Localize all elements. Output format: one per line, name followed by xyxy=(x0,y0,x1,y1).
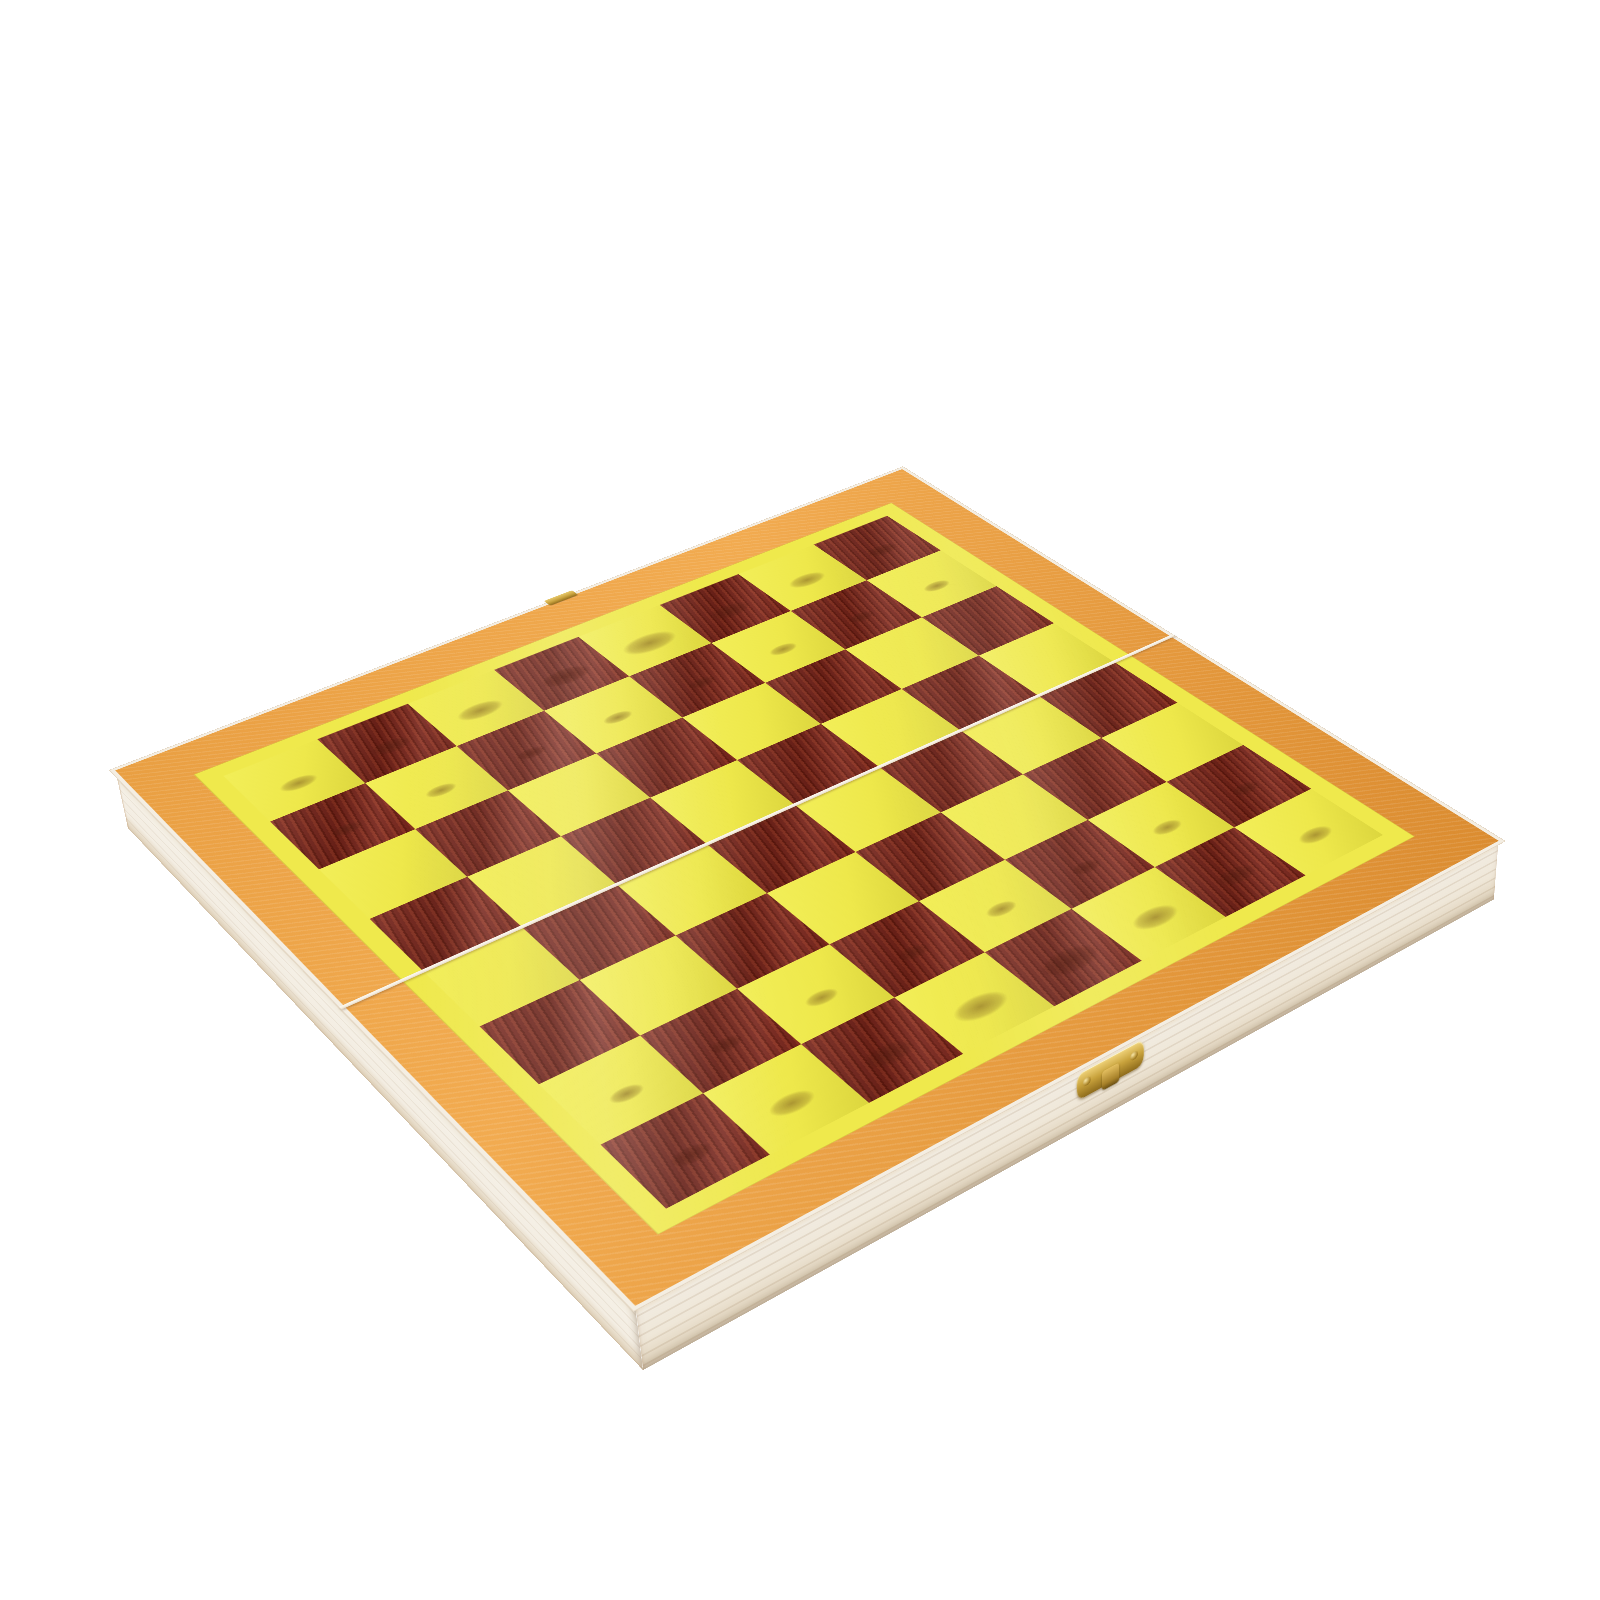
board-top-face: ♜♞♝♛♚♝♞♜♟♟♟♟♟♟♟♟♟♟♟♟♟♟♟♟♜♞♝♛♚♝♞♜ xyxy=(115,469,1498,1306)
product-photo-scene: ♜♞♝♛♚♝♞♜♟♟♟♟♟♟♟♟♟♟♟♟♟♟♟♟♜♞♝♛♚♝♞♜ xyxy=(0,0,1600,1600)
latch-keeper-plate xyxy=(544,590,578,605)
folding-chess-box: ♜♞♝♛♚♝♞♜♟♟♟♟♟♟♟♟♟♟♟♟♟♟♟♟♜♞♝♛♚♝♞♜ xyxy=(115,469,1498,1306)
